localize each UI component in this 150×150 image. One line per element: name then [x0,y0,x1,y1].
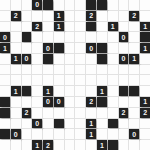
puzzle-board: 0212221110010011001111002122201010121 [0,0,150,150]
cell-r7c2[interactable] [22,75,32,85]
cell-r3c8[interactable] [86,32,96,42]
cell-r1c12-clue-2[interactable]: 2 [129,11,139,21]
cell-r2c8-black[interactable] [86,22,96,32]
cell-r11c11[interactable] [119,119,129,129]
cell-r0c0[interactable] [0,0,10,10]
cell-r1c10[interactable] [108,11,118,21]
cell-r7c13[interactable] [140,75,150,85]
cell-r11c1[interactable] [11,119,21,129]
cell-r12c9[interactable] [97,129,107,139]
cell-r11c2[interactable] [22,119,32,129]
cell-r12c4[interactable] [43,129,53,139]
cell-r10c4[interactable] [43,108,53,118]
cell-r2c10-clue-1[interactable]: 1 [108,22,118,32]
cell-r6c2[interactable] [22,65,32,75]
cell-r6c10[interactable] [108,65,118,75]
cell-r3c12[interactable] [129,32,139,42]
cell-r0c12[interactable] [129,0,139,10]
cell-r13c2[interactable] [22,140,32,150]
cell-r9c1[interactable] [11,97,21,107]
cell-r11c12[interactable] [129,119,139,129]
cell-r10c8[interactable] [86,108,96,118]
cell-r6c11[interactable] [119,65,129,75]
cell-r11c4[interactable] [43,119,53,129]
cell-r2c1[interactable] [11,22,21,32]
cell-r13c8[interactable] [86,140,96,150]
cell-r2c2[interactable] [22,22,32,32]
cell-r3c7[interactable] [75,32,85,42]
cell-r11c0[interactable] [0,119,10,129]
cell-r6c13[interactable] [140,65,150,75]
cell-r5c11-clue-0[interactable]: 0 [119,54,129,64]
cell-r4c1[interactable] [11,43,21,53]
cell-r5c8[interactable] [86,54,96,64]
cell-r2c5-clue-1[interactable]: 1 [54,22,64,32]
cell-r5c9-black[interactable] [97,54,107,64]
cell-r11c5-black[interactable] [54,119,64,129]
cell-r9c5-clue-0[interactable]: 0 [54,97,64,107]
cell-r2c7[interactable] [75,22,85,32]
cell-r0c3-clue-0[interactable]: 0 [32,0,42,10]
cell-r10c10[interactable] [108,108,118,118]
cell-r9c13-clue-1[interactable]: 1 [140,97,150,107]
cell-r0c2[interactable] [22,0,32,10]
cell-r5c5[interactable] [54,54,64,64]
cell-r5c7[interactable] [75,54,85,64]
cell-r12c10[interactable] [108,129,118,139]
cell-r12c1-clue-0[interactable]: 0 [11,129,21,139]
cell-r0c13[interactable] [140,0,150,10]
cell-r8c2-black[interactable] [22,86,32,96]
cell-r6c3[interactable] [32,65,42,75]
cell-r10c1[interactable] [11,108,21,118]
cell-r5c13[interactable] [140,54,150,64]
cell-r4c6[interactable] [65,43,75,53]
cell-r7c5[interactable] [54,75,64,85]
cell-r11c10-black[interactable] [108,119,118,129]
cell-r1c4[interactable] [43,11,53,21]
cell-r8c10[interactable] [108,86,118,96]
cell-r13c0[interactable] [0,140,10,150]
cell-r12c0-black[interactable] [0,129,10,139]
cell-r11c9[interactable] [97,119,107,129]
cell-r6c1[interactable] [11,65,21,75]
cell-r7c12[interactable] [129,75,139,85]
cell-r9c0-black[interactable] [0,97,10,107]
cell-r6c4[interactable] [43,65,53,75]
cell-r10c2-clue-2[interactable]: 2 [22,108,32,118]
cell-r8c1-clue-1[interactable]: 1 [11,86,21,96]
cell-r1c6[interactable] [65,11,75,21]
cell-r7c4[interactable] [43,75,53,85]
cell-r2c4[interactable] [43,22,53,32]
cell-r5c2-clue-0[interactable]: 0 [22,54,32,64]
cell-r10c12[interactable] [129,108,139,118]
cell-r11c8-clue-1[interactable]: 1 [86,119,96,129]
cell-r10c13-clue-2[interactable]: 2 [140,108,150,118]
cell-r13c10-black[interactable] [108,140,118,150]
cell-r9c4-clue-0[interactable]: 0 [43,97,53,107]
cell-r11c13[interactable] [140,119,150,129]
cell-r7c7[interactable] [75,75,85,85]
cell-r5c1-clue-1[interactable]: 1 [11,54,21,64]
cell-r8c13[interactable] [140,86,150,96]
cell-r2c0[interactable] [0,22,10,32]
cell-r7c11[interactable] [119,75,129,85]
cell-r1c7[interactable] [75,11,85,21]
cell-r12c6[interactable] [65,129,75,139]
cell-r3c6[interactable] [65,32,75,42]
cell-r3c11-clue-0[interactable]: 0 [119,32,129,42]
cell-r12c13[interactable] [140,129,150,139]
cell-r4c4-clue-0[interactable]: 0 [43,43,53,53]
cell-r8c5[interactable] [54,86,64,96]
cell-r13c4-clue-2[interactable]: 2 [43,140,53,150]
cell-r12c8-clue-1[interactable]: 1 [86,129,96,139]
cell-r12c3[interactable] [32,129,42,139]
cell-r9c11[interactable] [119,97,129,107]
cell-r7c9[interactable] [97,75,107,85]
cell-r13c1[interactable] [11,140,21,150]
cell-r8c7[interactable] [75,86,85,96]
cell-r8c4-clue-1[interactable]: 1 [43,86,53,96]
cell-r10c9[interactable] [97,108,107,118]
cell-r1c5-clue-1[interactable]: 1 [54,11,64,21]
cell-r7c10[interactable] [108,75,118,85]
cell-r9c2[interactable] [22,97,32,107]
cell-r1c9[interactable] [97,11,107,21]
cell-r3c5[interactable] [54,32,64,42]
cell-r12c11[interactable] [119,129,129,139]
cell-r9c8-clue-2[interactable]: 2 [86,97,96,107]
cell-r5c10[interactable] [108,54,118,64]
cell-r13c11[interactable] [119,140,129,150]
cell-r4c9-black[interactable] [97,43,107,53]
cell-r7c3[interactable] [32,75,42,85]
cell-r8c3[interactable] [32,86,42,96]
cell-r4c10[interactable] [108,43,118,53]
cell-r13c13[interactable] [140,140,150,150]
cell-r5c0[interactable] [0,54,10,64]
cell-r3c10[interactable] [108,32,118,42]
cell-r4c8-clue-0[interactable]: 0 [86,43,96,53]
cell-r9c7[interactable] [75,97,85,107]
cell-r1c11[interactable] [119,11,129,21]
cell-r10c0-black[interactable] [0,108,10,118]
cell-r3c0-clue-0[interactable]: 0 [0,32,10,42]
cell-r5c12-clue-1[interactable]: 1 [129,54,139,64]
cell-r3c4[interactable] [43,32,53,42]
cell-r6c12[interactable] [129,65,139,75]
cell-r0c8-black[interactable] [86,0,96,10]
cell-r0c11[interactable] [119,0,129,10]
cell-r11c6[interactable] [65,119,75,129]
cell-r2c6[interactable] [65,22,75,32]
cell-r0c1[interactable] [11,0,21,10]
cell-r0c10[interactable] [108,0,118,10]
cell-r11c7[interactable] [75,119,85,129]
cell-r6c9[interactable] [97,65,107,75]
cell-r4c11[interactable] [119,43,129,53]
cell-r4c0-clue-1[interactable]: 1 [0,43,10,53]
cell-r3c2-black[interactable] [22,32,32,42]
cell-r3c13-black[interactable] [140,32,150,42]
cell-r0c5[interactable] [54,0,64,10]
cell-r4c7[interactable] [75,43,85,53]
cell-r5c4-black[interactable] [43,54,53,64]
cell-r9c6[interactable] [65,97,75,107]
cell-r10c5[interactable] [54,108,64,118]
cell-r3c3[interactable] [32,32,42,42]
cell-r7c0[interactable] [0,75,10,85]
cell-r8c6[interactable] [65,86,75,96]
cell-r13c9-clue-1[interactable]: 1 [97,140,107,150]
cell-r7c6[interactable] [65,75,75,85]
cell-r8c9-clue-1[interactable]: 1 [97,86,107,96]
cell-r2c11[interactable] [119,22,129,32]
cell-r2c13-clue-1[interactable]: 1 [140,22,150,32]
cell-r13c12[interactable] [129,140,139,150]
cell-r5c3[interactable] [32,54,42,64]
cell-r12c12-clue-0[interactable]: 0 [129,129,139,139]
cell-r4c13-clue-1[interactable]: 1 [140,43,150,53]
cell-r10c11-clue-2[interactable]: 2 [119,108,129,118]
cell-r12c5[interactable] [54,129,64,139]
cell-r10c3[interactable] [32,108,42,118]
cell-r6c7[interactable] [75,65,85,75]
cell-r4c5-black[interactable] [54,43,64,53]
cell-r8c11-black[interactable] [119,86,129,96]
cell-r7c8[interactable] [86,75,96,85]
cell-r2c12[interactable] [129,22,139,32]
cell-r10c6[interactable] [65,108,75,118]
cell-r6c8[interactable] [86,65,96,75]
cell-r12c7[interactable] [75,129,85,139]
cell-r3c9[interactable] [97,32,107,42]
cell-r4c2[interactable] [22,43,32,53]
cell-r13c6[interactable] [65,140,75,150]
cell-r1c2[interactable] [22,11,32,21]
cell-r7c1[interactable] [11,75,21,85]
cell-r0c4-black[interactable] [43,0,53,10]
cell-r1c8-clue-2[interactable]: 2 [86,11,96,21]
cell-r5c6[interactable] [65,54,75,64]
cell-r0c7[interactable] [75,0,85,10]
cell-r8c8[interactable] [86,86,96,96]
cell-r1c13[interactable] [140,11,150,21]
cell-r6c5[interactable] [54,65,64,75]
cell-r9c3[interactable] [32,97,42,107]
cell-r2c9[interactable] [97,22,107,32]
cell-r9c10[interactable] [108,97,118,107]
cell-r0c6[interactable] [65,0,75,10]
cell-r9c12[interactable] [129,97,139,107]
cell-r6c0[interactable] [0,65,10,75]
cell-r9c9-black[interactable] [97,97,107,107]
cell-r13c3-clue-1[interactable]: 1 [32,140,42,150]
cell-r12c2[interactable] [22,129,32,139]
cell-r8c0[interactable] [0,86,10,96]
cell-r0c9-black[interactable] [97,0,107,10]
cell-r11c3-clue-0[interactable]: 0 [32,119,42,129]
cell-r1c0[interactable] [0,11,10,21]
cell-r6c6[interactable] [65,65,75,75]
cell-r3c1[interactable] [11,32,21,42]
cell-r8c12-black[interactable] [129,86,139,96]
cell-r1c3[interactable] [32,11,42,21]
cell-r13c7[interactable] [75,140,85,150]
cell-r4c12[interactable] [129,43,139,53]
cell-r4c3[interactable] [32,43,42,53]
cell-r2c3-clue-2[interactable]: 2 [32,22,42,32]
cell-r1c1-clue-2[interactable]: 2 [11,11,21,21]
cell-r10c7[interactable] [75,108,85,118]
cell-r13c5[interactable] [54,140,64,150]
